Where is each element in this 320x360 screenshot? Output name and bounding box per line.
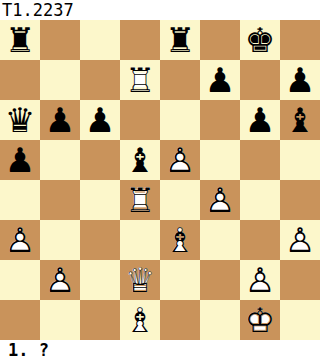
- square-a2[interactable]: [0, 260, 40, 300]
- square-d8[interactable]: [120, 20, 160, 60]
- piece-white-pawn: ♙: [280, 220, 320, 260]
- square-a6[interactable]: ♛: [0, 100, 40, 140]
- piece-black-rook: ♜: [160, 20, 200, 60]
- square-d7[interactable]: ♜♖: [120, 60, 160, 100]
- square-b5[interactable]: [40, 140, 80, 180]
- square-a7[interactable]: [0, 60, 40, 100]
- square-c8[interactable]: [80, 20, 120, 60]
- square-g8[interactable]: ♚: [240, 20, 280, 60]
- piece-white-king: ♔: [240, 300, 280, 340]
- piece-white-pawn: ♙: [40, 260, 80, 300]
- square-d3[interactable]: [120, 220, 160, 260]
- square-a3[interactable]: ♟♙: [0, 220, 40, 260]
- square-c2[interactable]: [80, 260, 120, 300]
- piece-black-bishop: ♝: [280, 100, 320, 140]
- square-b1[interactable]: [40, 300, 80, 340]
- square-h2[interactable]: [280, 260, 320, 300]
- square-c5[interactable]: [80, 140, 120, 180]
- square-h3[interactable]: ♟♙: [280, 220, 320, 260]
- square-g3[interactable]: [240, 220, 280, 260]
- square-g7[interactable]: [240, 60, 280, 100]
- square-c7[interactable]: [80, 60, 120, 100]
- puzzle-title: T1.2237: [2, 0, 74, 20]
- piece-black-king: ♚: [240, 20, 280, 60]
- square-h7[interactable]: ♟: [280, 60, 320, 100]
- square-h1[interactable]: [280, 300, 320, 340]
- square-e4[interactable]: [160, 180, 200, 220]
- square-f7[interactable]: ♟: [200, 60, 240, 100]
- square-b3[interactable]: [40, 220, 80, 260]
- square-c1[interactable]: [80, 300, 120, 340]
- square-g6[interactable]: ♟: [240, 100, 280, 140]
- piece-black-bishop: ♝: [120, 140, 160, 180]
- square-f4[interactable]: ♟♙: [200, 180, 240, 220]
- square-g4[interactable]: [240, 180, 280, 220]
- piece-white-pawn: ♙: [240, 260, 280, 300]
- square-b4[interactable]: [40, 180, 80, 220]
- piece-black-pawn: ♟: [240, 100, 280, 140]
- piece-black-pawn: ♟: [280, 60, 320, 100]
- square-c4[interactable]: [80, 180, 120, 220]
- square-d5[interactable]: ♝: [120, 140, 160, 180]
- square-c3[interactable]: [80, 220, 120, 260]
- piece-white-pawn: ♙: [160, 140, 200, 180]
- square-e6[interactable]: [160, 100, 200, 140]
- square-f8[interactable]: [200, 20, 240, 60]
- square-d4[interactable]: ♜♖: [120, 180, 160, 220]
- square-b6[interactable]: ♟: [40, 100, 80, 140]
- square-e7[interactable]: [160, 60, 200, 100]
- square-g1[interactable]: ♚♔: [240, 300, 280, 340]
- piece-black-queen: ♛: [0, 100, 40, 140]
- piece-white-bishop: ♗: [160, 220, 200, 260]
- move-prompt: 1. ?: [8, 340, 49, 360]
- square-e3[interactable]: ♝♗: [160, 220, 200, 260]
- piece-black-pawn: ♟: [200, 60, 240, 100]
- square-h6[interactable]: ♝: [280, 100, 320, 140]
- square-a4[interactable]: [0, 180, 40, 220]
- piece-white-bishop: ♗: [120, 300, 160, 340]
- square-a1[interactable]: [0, 300, 40, 340]
- square-b7[interactable]: [40, 60, 80, 100]
- square-f5[interactable]: [200, 140, 240, 180]
- chess-board: ♜♜♚♜♖♟♟♛♟♟♟♝♟♝♟♙♜♖♟♙♟♙♝♗♟♙♟♙♛♕♟♙♝♗♚♔: [0, 20, 320, 340]
- piece-white-rook: ♖: [120, 60, 160, 100]
- piece-black-pawn: ♟: [0, 140, 40, 180]
- square-d1[interactable]: ♝♗: [120, 300, 160, 340]
- square-e5[interactable]: ♟♙: [160, 140, 200, 180]
- square-h8[interactable]: [280, 20, 320, 60]
- piece-white-queen: ♕: [120, 260, 160, 300]
- square-e8[interactable]: ♜: [160, 20, 200, 60]
- square-f3[interactable]: [200, 220, 240, 260]
- header-bar: T1.2237: [0, 0, 320, 20]
- square-a5[interactable]: ♟: [0, 140, 40, 180]
- square-d2[interactable]: ♛♕: [120, 260, 160, 300]
- square-e2[interactable]: [160, 260, 200, 300]
- square-f2[interactable]: [200, 260, 240, 300]
- square-b8[interactable]: [40, 20, 80, 60]
- square-a8[interactable]: ♜: [0, 20, 40, 60]
- piece-white-pawn: ♙: [0, 220, 40, 260]
- piece-black-rook: ♜: [0, 20, 40, 60]
- square-d6[interactable]: [120, 100, 160, 140]
- square-h4[interactable]: [280, 180, 320, 220]
- piece-black-pawn: ♟: [40, 100, 80, 140]
- square-c6[interactable]: ♟: [80, 100, 120, 140]
- footer-bar: 1. ?: [0, 340, 320, 360]
- square-f6[interactable]: [200, 100, 240, 140]
- square-b2[interactable]: ♟♙: [40, 260, 80, 300]
- square-g5[interactable]: [240, 140, 280, 180]
- square-h5[interactable]: [280, 140, 320, 180]
- square-e1[interactable]: [160, 300, 200, 340]
- square-g2[interactable]: ♟♙: [240, 260, 280, 300]
- piece-white-rook: ♖: [120, 180, 160, 220]
- square-f1[interactable]: [200, 300, 240, 340]
- piece-white-pawn: ♙: [200, 180, 240, 220]
- piece-black-pawn: ♟: [80, 100, 120, 140]
